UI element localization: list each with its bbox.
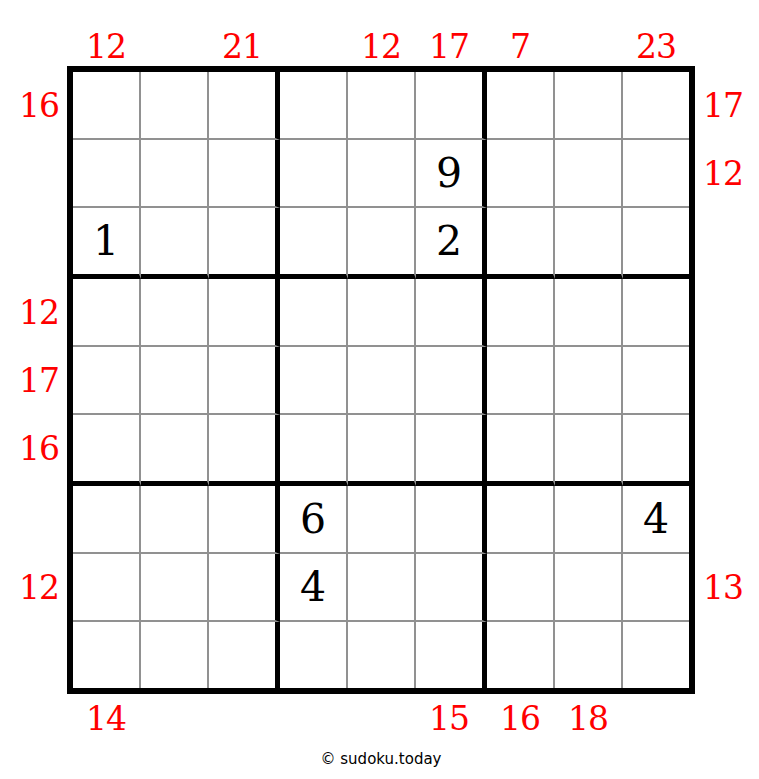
grid-cell-r6c9[interactable] (623, 415, 689, 486)
grid-cell-r6c5[interactable] (348, 415, 416, 486)
grid-cell-r6c2[interactable] (141, 415, 209, 486)
grid-cell-r4c3[interactable] (209, 279, 280, 347)
grid-cell-r2c5[interactable] (348, 140, 416, 208)
grid-cell-r3c8[interactable] (555, 208, 623, 279)
grid-cell-r1c2[interactable] (141, 72, 209, 140)
grid-cell-r8c2[interactable] (141, 554, 209, 622)
grid-cell-r3c1[interactable]: 1 (73, 208, 141, 279)
grid-cell-r8c8[interactable] (555, 554, 623, 622)
grid-cell-r2c1[interactable] (73, 140, 141, 208)
clue-left-4: 12 (19, 296, 59, 329)
grid-cell-r5c1[interactable] (73, 347, 141, 415)
grid-cell-r8c7[interactable] (487, 554, 555, 622)
right-clues-strip: 171213 (695, 66, 759, 694)
grid-cell-r5c7[interactable] (487, 347, 555, 415)
board-row-6 (73, 415, 689, 486)
grid-cell-r4c5[interactable] (348, 279, 416, 347)
clue-left-5: 17 (19, 364, 59, 397)
board-row-7: 64 (73, 486, 689, 554)
board: 912644 (67, 66, 695, 694)
grid-cell-r1c7[interactable] (487, 72, 555, 140)
grid-cell-r4c4[interactable] (280, 279, 348, 347)
grid-cell-r2c4[interactable] (280, 140, 348, 208)
clue-right-2: 12 (703, 157, 743, 190)
board-row-2: 9 (73, 140, 689, 208)
grid-cell-r3c7[interactable] (487, 208, 555, 279)
grid-cell-r7c6[interactable] (416, 486, 487, 554)
clue-top-5: 12 (361, 30, 401, 63)
grid-cell-r1c8[interactable] (555, 72, 623, 140)
clue-top-9: 23 (636, 30, 676, 63)
grid-cell-r4c2[interactable] (141, 279, 209, 347)
clue-bottom-1: 14 (86, 702, 126, 735)
grid-cell-r8c9[interactable] (623, 554, 689, 622)
board-row-4 (73, 279, 689, 347)
clue-top-7: 7 (510, 30, 530, 63)
grid-cell-r1c5[interactable] (348, 72, 416, 140)
sudoku-puzzle-page: 12211217723 1612171612 171213 © sudoku.t… (0, 0, 759, 779)
grid-cell-r1c4[interactable] (280, 72, 348, 140)
grid-cell-r2c3[interactable] (209, 140, 280, 208)
grid-cell-r7c8[interactable] (555, 486, 623, 554)
grid-cell-r8c1[interactable] (73, 554, 141, 622)
clue-bottom-6: 15 (429, 702, 469, 735)
grid-cell-r8c3[interactable] (209, 554, 280, 622)
grid-cell-r1c6[interactable] (416, 72, 487, 140)
grid-cell-r3c3[interactable] (209, 208, 280, 279)
grid-cell-r7c1[interactable] (73, 486, 141, 554)
grid-cell-r3c5[interactable] (348, 208, 416, 279)
grid-cell-r7c3[interactable] (209, 486, 280, 554)
grid-cell-r9c2[interactable] (141, 622, 209, 688)
grid-cell-r9c7[interactable] (487, 622, 555, 688)
grid-cell-r5c6[interactable] (416, 347, 487, 415)
grid-cell-r9c8[interactable] (555, 622, 623, 688)
grid-cell-r9c3[interactable] (209, 622, 280, 688)
grid-cell-r5c9[interactable] (623, 347, 689, 415)
grid-cell-r9c5[interactable] (348, 622, 416, 688)
clue-left-6: 16 (19, 432, 59, 465)
grid-cell-r6c6[interactable] (416, 415, 487, 486)
grid-cell-r4c9[interactable] (623, 279, 689, 347)
grid-cell-r5c2[interactable] (141, 347, 209, 415)
grid-cell-r2c8[interactable] (555, 140, 623, 208)
grid-cell-r3c9[interactable] (623, 208, 689, 279)
grid-cell-r2c7[interactable] (487, 140, 555, 208)
grid-cell-r6c1[interactable] (73, 415, 141, 486)
grid-cell-r1c9[interactable] (623, 72, 689, 140)
grid-cell-r3c4[interactable] (280, 208, 348, 279)
clue-bottom-8: 18 (568, 702, 608, 735)
grid-cell-r7c5[interactable] (348, 486, 416, 554)
grid-cell-r2c9[interactable] (623, 140, 689, 208)
clue-top-3: 21 (222, 30, 262, 63)
grid-cell-r9c1[interactable] (73, 622, 141, 688)
grid-cell-r7c7[interactable] (487, 486, 555, 554)
board-row-9 (73, 622, 689, 688)
grid-cell-r7c2[interactable] (141, 486, 209, 554)
bottom-clues-strip: © sudoku.today 14151618 (67, 694, 695, 779)
grid-cell-r7c9[interactable]: 4 (623, 486, 689, 554)
top-clues-strip: 12211217723 (67, 0, 695, 66)
grid-cell-r6c7[interactable] (487, 415, 555, 486)
grid-cell-r3c6[interactable]: 2 (416, 208, 487, 279)
grid-cell-r9c9[interactable] (623, 622, 689, 688)
grid-cell-r8c4[interactable]: 4 (280, 554, 348, 622)
grid-cell-r5c4[interactable] (280, 347, 348, 415)
grid-cell-r1c3[interactable] (209, 72, 280, 140)
clue-right-8: 13 (703, 571, 743, 604)
grid-cell-r8c6[interactable] (416, 554, 487, 622)
grid-cell-r6c4[interactable] (280, 415, 348, 486)
grid-cell-r5c5[interactable] (348, 347, 416, 415)
grid-cell-r4c7[interactable] (487, 279, 555, 347)
grid-cell-r5c3[interactable] (209, 347, 280, 415)
left-clues-strip: 1612171612 (0, 66, 67, 694)
board-row-3: 12 (73, 208, 689, 279)
board-row-1 (73, 72, 689, 140)
grid-cell-r6c8[interactable] (555, 415, 623, 486)
clue-left-1: 16 (19, 89, 59, 122)
clue-right-1: 17 (703, 89, 743, 122)
grid-cell-r5c8[interactable] (555, 347, 623, 415)
grid-cell-r8c5[interactable] (348, 554, 416, 622)
grid-cell-r4c1[interactable] (73, 279, 141, 347)
clue-bottom-7: 16 (500, 702, 540, 735)
footer-credit: © sudoku.today (321, 750, 442, 768)
grid-cell-r9c4[interactable] (280, 622, 348, 688)
grid-cell-r3c2[interactable] (141, 208, 209, 279)
grid-cell-r6c3[interactable] (209, 415, 280, 486)
board-row-8: 4 (73, 554, 689, 622)
clue-top-6: 17 (429, 30, 469, 63)
clue-top-1: 12 (86, 30, 126, 63)
grid-cell-r4c6[interactable] (416, 279, 487, 347)
grid-cell-r4c8[interactable] (555, 279, 623, 347)
grid-cell-r2c2[interactable] (141, 140, 209, 208)
grid-cell-r2c6[interactable]: 9 (416, 140, 487, 208)
grid-cell-r7c4[interactable]: 6 (280, 486, 348, 554)
grid-cell-r9c6[interactable] (416, 622, 487, 688)
board-row-5 (73, 347, 689, 415)
clue-left-8: 12 (19, 571, 59, 604)
grid-cell-r1c1[interactable] (73, 72, 141, 140)
